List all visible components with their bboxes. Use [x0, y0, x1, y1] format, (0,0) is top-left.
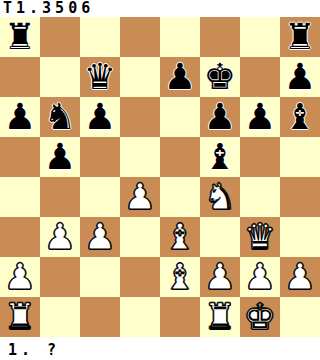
- chess-puzzle-window: T1.3506 ♜♜♛♟♚♟♟♞♟♟♟♝♟♝♟♞♟♟♝♛♟♝♟♟♟♜♜♚ 1. …: [0, 0, 320, 360]
- square-f3[interactable]: [200, 217, 240, 257]
- square-d7[interactable]: [120, 57, 160, 97]
- square-g5[interactable]: [240, 137, 280, 177]
- black-pawn: ♟: [244, 97, 276, 137]
- square-h7[interactable]: ♟: [280, 57, 320, 97]
- square-b4[interactable]: [40, 177, 80, 217]
- square-e1[interactable]: [160, 297, 200, 337]
- square-g7[interactable]: [240, 57, 280, 97]
- square-a4[interactable]: [0, 177, 40, 217]
- white-rook: ♜: [4, 297, 36, 337]
- white-pawn: ♟: [244, 257, 276, 297]
- white-bishop: ♝: [164, 217, 196, 257]
- square-b7[interactable]: [40, 57, 80, 97]
- square-h8[interactable]: ♜: [280, 17, 320, 57]
- square-c1[interactable]: [80, 297, 120, 337]
- square-c8[interactable]: [80, 17, 120, 57]
- square-d3[interactable]: [120, 217, 160, 257]
- square-h6[interactable]: ♝: [280, 97, 320, 137]
- square-e6[interactable]: [160, 97, 200, 137]
- square-e8[interactable]: [160, 17, 200, 57]
- square-a8[interactable]: ♜: [0, 17, 40, 57]
- black-bishop: ♝: [284, 97, 316, 137]
- square-f7[interactable]: ♚: [200, 57, 240, 97]
- square-e5[interactable]: [160, 137, 200, 177]
- white-pawn: ♟: [4, 257, 36, 297]
- square-c4[interactable]: [80, 177, 120, 217]
- black-pawn: ♟: [284, 57, 316, 97]
- black-knight: ♞: [44, 97, 76, 137]
- square-e7[interactable]: ♟: [160, 57, 200, 97]
- square-g1[interactable]: ♚: [240, 297, 280, 337]
- square-f2[interactable]: ♟: [200, 257, 240, 297]
- white-pawn: ♟: [44, 217, 76, 257]
- white-knight: ♞: [204, 177, 236, 217]
- square-a5[interactable]: [0, 137, 40, 177]
- black-pawn: ♟: [164, 57, 196, 97]
- square-b2[interactable]: [40, 257, 80, 297]
- square-d8[interactable]: [120, 17, 160, 57]
- puzzle-id: T1.3506: [0, 0, 320, 17]
- white-pawn: ♟: [204, 257, 236, 297]
- square-g3[interactable]: ♛: [240, 217, 280, 257]
- square-h5[interactable]: [280, 137, 320, 177]
- black-queen: ♛: [84, 57, 116, 97]
- black-pawn: ♟: [44, 137, 76, 177]
- black-rook: ♜: [284, 17, 316, 57]
- black-bishop: ♝: [204, 137, 236, 177]
- square-b6[interactable]: ♞: [40, 97, 80, 137]
- square-c2[interactable]: [80, 257, 120, 297]
- black-pawn: ♟: [84, 97, 116, 137]
- square-e2[interactable]: ♝: [160, 257, 200, 297]
- white-bishop: ♝: [164, 257, 196, 297]
- white-pawn: ♟: [84, 217, 116, 257]
- square-f8[interactable]: [200, 17, 240, 57]
- square-c5[interactable]: [80, 137, 120, 177]
- black-pawn: ♟: [4, 97, 36, 137]
- square-g8[interactable]: [240, 17, 280, 57]
- white-pawn: ♟: [284, 257, 316, 297]
- square-c3[interactable]: ♟: [80, 217, 120, 257]
- square-e4[interactable]: [160, 177, 200, 217]
- square-a3[interactable]: [0, 217, 40, 257]
- square-b3[interactable]: ♟: [40, 217, 80, 257]
- square-a7[interactable]: [0, 57, 40, 97]
- square-e3[interactable]: ♝: [160, 217, 200, 257]
- square-c7[interactable]: ♛: [80, 57, 120, 97]
- white-rook: ♜: [204, 297, 236, 337]
- square-h2[interactable]: ♟: [280, 257, 320, 297]
- white-pawn: ♟: [124, 177, 156, 217]
- black-rook: ♜: [4, 17, 36, 57]
- square-h4[interactable]: [280, 177, 320, 217]
- square-h1[interactable]: [280, 297, 320, 337]
- square-a6[interactable]: ♟: [0, 97, 40, 137]
- square-f6[interactable]: ♟: [200, 97, 240, 137]
- square-b5[interactable]: ♟: [40, 137, 80, 177]
- chess-board: ♜♜♛♟♚♟♟♞♟♟♟♝♟♝♟♞♟♟♝♛♟♝♟♟♟♜♜♚: [0, 17, 320, 337]
- black-king: ♚: [204, 57, 236, 97]
- square-b8[interactable]: [40, 17, 80, 57]
- square-d1[interactable]: [120, 297, 160, 337]
- square-g2[interactable]: ♟: [240, 257, 280, 297]
- square-d2[interactable]: [120, 257, 160, 297]
- white-queen: ♛: [244, 217, 276, 257]
- black-pawn: ♟: [204, 97, 236, 137]
- square-g6[interactable]: ♟: [240, 97, 280, 137]
- square-a1[interactable]: ♜: [0, 297, 40, 337]
- white-king: ♚: [244, 297, 276, 337]
- square-h3[interactable]: [280, 217, 320, 257]
- square-d5[interactable]: [120, 137, 160, 177]
- square-a2[interactable]: ♟: [0, 257, 40, 297]
- square-f4[interactable]: ♞: [200, 177, 240, 217]
- square-d4[interactable]: ♟: [120, 177, 160, 217]
- square-b1[interactable]: [40, 297, 80, 337]
- square-c6[interactable]: ♟: [80, 97, 120, 137]
- square-g4[interactable]: [240, 177, 280, 217]
- square-f1[interactable]: ♜: [200, 297, 240, 337]
- move-prompt: 1. ?: [0, 337, 320, 360]
- square-d6[interactable]: [120, 97, 160, 137]
- square-f5[interactable]: ♝: [200, 137, 240, 177]
